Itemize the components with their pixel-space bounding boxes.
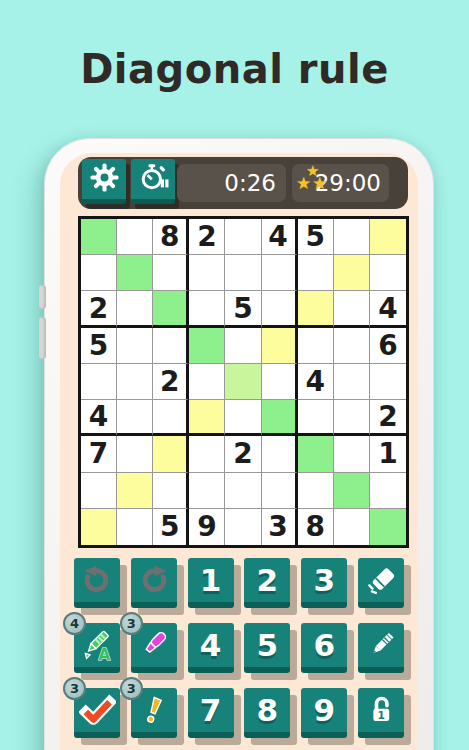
lock-icon: 1 (364, 693, 398, 727)
star-icon: ★ (312, 175, 327, 192)
undo-button[interactable] (74, 558, 120, 608)
eraser-icon (363, 562, 399, 598)
stopwatch-icon (137, 161, 170, 198)
sudoku-cell[interactable] (153, 400, 189, 436)
button-label: 4 (200, 630, 222, 661)
pencil-icon (364, 628, 398, 662)
sudoku-cell[interactable] (189, 328, 225, 364)
sudoku-cell[interactable]: 4 (81, 400, 117, 436)
sudoku-cell[interactable] (334, 364, 370, 400)
star-icon: ★ (296, 175, 311, 192)
button-label: 1 (200, 565, 222, 596)
number-button-7[interactable]: 7 (188, 688, 234, 738)
sudoku-cell[interactable] (117, 509, 153, 545)
lock-button[interactable]: 1 (358, 688, 404, 738)
number-button-1[interactable]: 1 (188, 558, 234, 608)
sudoku-board: 82452545624427215938 (78, 216, 409, 548)
sudoku-cell[interactable] (334, 509, 370, 545)
sudoku-cell[interactable] (189, 364, 225, 400)
badge-count: 3 (63, 677, 86, 700)
sudoku-cell[interactable]: 4 (370, 291, 406, 327)
sudoku-cell[interactable]: 1 (370, 436, 406, 472)
phone-frame: 0:26 ★ ★ ★ 29:00 82452545624427215938 12… (44, 138, 434, 750)
sudoku-cell[interactable] (262, 291, 298, 327)
sudoku-cell[interactable]: 5 (298, 219, 334, 255)
svg-text:A: A (99, 646, 111, 663)
badge-count: 3 (120, 612, 143, 635)
sudoku-cell[interactable] (81, 255, 117, 291)
sudoku-cell[interactable] (262, 364, 298, 400)
timer-display: 0:26 (177, 164, 286, 202)
sudoku-cell[interactable] (298, 473, 334, 509)
sudoku-cell[interactable] (153, 328, 189, 364)
stars-cluster: ★ ★ ★ (292, 164, 334, 202)
number-button-6[interactable]: 6 (301, 623, 347, 673)
sudoku-cell[interactable]: 9 (189, 509, 225, 545)
sudoku-cell[interactable] (81, 509, 117, 545)
check-icon (79, 692, 116, 729)
sudoku-cell[interactable] (117, 400, 153, 436)
sudoku-cell[interactable] (189, 291, 225, 327)
sudoku-cell[interactable] (262, 328, 298, 364)
phone-screen: 0:26 ★ ★ ★ 29:00 82452545624427215938 12… (60, 153, 418, 750)
sudoku-cell[interactable] (117, 328, 153, 364)
badge-count: 4 (63, 612, 86, 635)
screenshot-root: Diagonal rule (0, 0, 469, 750)
sudoku-cell[interactable] (298, 400, 334, 436)
sudoku-cell[interactable] (370, 255, 406, 291)
sudoku-cell[interactable] (153, 436, 189, 472)
sudoku-cell[interactable]: 4 (298, 364, 334, 400)
sudoku-cell[interactable]: 5 (153, 509, 189, 545)
exclamation-icon (137, 693, 171, 727)
sudoku-cell[interactable] (117, 291, 153, 327)
sudoku-cell[interactable] (334, 436, 370, 472)
sudoku-cell[interactable] (117, 219, 153, 255)
sudoku-cell[interactable] (334, 328, 370, 364)
sudoku-cell[interactable] (370, 219, 406, 255)
sudoku-cell[interactable] (225, 219, 261, 255)
svg-text:1: 1 (378, 709, 385, 722)
sudoku-cell[interactable]: 8 (153, 219, 189, 255)
redo-icon (137, 563, 171, 597)
button-label: 3 (313, 565, 335, 596)
redo-button[interactable] (131, 558, 177, 608)
sudoku-cell[interactable] (334, 219, 370, 255)
pencil-auto-button[interactable]: A4 (74, 623, 120, 673)
sudoku-cell[interactable]: 6 (370, 328, 406, 364)
sudoku-cell[interactable] (262, 400, 298, 436)
button-label: 5 (257, 630, 279, 661)
sudoku-cell[interactable] (370, 473, 406, 509)
sudoku-cell[interactable] (262, 436, 298, 472)
sudoku-cell[interactable]: 2 (189, 219, 225, 255)
sudoku-cell[interactable]: 8 (298, 509, 334, 545)
sudoku-cell[interactable] (225, 255, 261, 291)
sudoku-cell[interactable] (370, 509, 406, 545)
sudoku-cell[interactable] (117, 255, 153, 291)
pause-button[interactable] (131, 159, 175, 204)
sudoku-cell[interactable]: 2 (81, 291, 117, 327)
number-button-3[interactable]: 3 (301, 558, 347, 608)
sudoku-cell[interactable] (334, 473, 370, 509)
sudoku-cell[interactable] (189, 255, 225, 291)
sudoku-cell[interactable] (298, 436, 334, 472)
sudoku-cell[interactable] (262, 255, 298, 291)
sudoku-cell[interactable] (298, 291, 334, 327)
sudoku-cell[interactable] (370, 364, 406, 400)
sudoku-cell[interactable] (334, 400, 370, 436)
number-button-9[interactable]: 9 (301, 688, 347, 738)
badge-count: 3 (120, 677, 143, 700)
sudoku-cell[interactable] (81, 473, 117, 509)
number-button-2[interactable]: 2 (244, 558, 290, 608)
pencil-button[interactable] (358, 623, 404, 673)
toolbar: 123A43456337891 (74, 558, 404, 738)
sudoku-cell[interactable] (117, 364, 153, 400)
sudoku-cell[interactable] (117, 473, 153, 509)
sudoku-cell[interactable]: 2 (370, 400, 406, 436)
marker-button[interactable]: 3 (131, 623, 177, 673)
sudoku-cell[interactable]: 2 (153, 364, 189, 400)
button-label: 6 (313, 630, 335, 661)
sudoku-cell[interactable] (225, 509, 261, 545)
sudoku-cell[interactable] (189, 400, 225, 436)
pencil-auto-icon: A (79, 627, 115, 663)
sudoku-cell[interactable] (117, 436, 153, 472)
sudoku-cell[interactable] (225, 473, 261, 509)
sudoku-cell[interactable] (81, 364, 117, 400)
puzzle-title: Diagonal rule (0, 46, 469, 92)
sudoku-cell[interactable] (189, 436, 225, 472)
sudoku-cell[interactable] (225, 400, 261, 436)
sudoku-cell[interactable] (334, 291, 370, 327)
settings-button[interactable] (82, 159, 126, 204)
volume-button (39, 317, 46, 359)
eraser-button[interactable] (358, 558, 404, 608)
check-button[interactable]: 3 (74, 688, 120, 738)
number-button-5[interactable]: 5 (244, 623, 290, 673)
sudoku-cell[interactable]: 5 (225, 291, 261, 327)
sudoku-cell[interactable] (298, 328, 334, 364)
gear-icon (88, 161, 121, 198)
sudoku-cell[interactable]: 7 (81, 436, 117, 472)
button-label: 8 (257, 695, 279, 726)
sudoku-cell[interactable] (262, 473, 298, 509)
button-label: 2 (257, 565, 279, 596)
sudoku-cell[interactable] (153, 291, 189, 327)
sudoku-cell[interactable] (153, 473, 189, 509)
button-label: 9 (313, 695, 335, 726)
undo-icon (80, 563, 114, 597)
best-time-display: ★ ★ ★ 29:00 (292, 164, 389, 202)
sudoku-cell[interactable] (225, 328, 261, 364)
hint-button[interactable]: 3 (131, 688, 177, 738)
sudoku-cell[interactable] (189, 473, 225, 509)
marker-icon (136, 627, 172, 663)
top-bar: 0:26 ★ ★ ★ 29:00 (78, 157, 408, 209)
sudoku-cell[interactable]: 2 (225, 436, 261, 472)
sudoku-cell[interactable]: 4 (262, 219, 298, 255)
button-label: 7 (200, 695, 222, 726)
volume-button (39, 285, 46, 309)
sudoku-cell[interactable] (334, 255, 370, 291)
sudoku-cell[interactable]: 3 (262, 509, 298, 545)
sudoku-cell[interactable] (298, 255, 334, 291)
sudoku-cell[interactable] (81, 219, 117, 255)
number-button-4[interactable]: 4 (188, 623, 234, 673)
number-button-8[interactable]: 8 (244, 688, 290, 738)
sudoku-cell[interactable] (153, 255, 189, 291)
sudoku-cell[interactable]: 5 (81, 328, 117, 364)
timer-value: 0:26 (224, 170, 276, 196)
sudoku-cell[interactable] (225, 364, 261, 400)
